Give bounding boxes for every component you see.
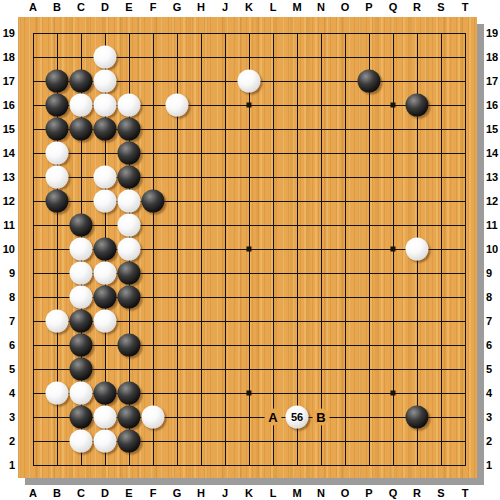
stone-white-D12[interactable] bbox=[94, 190, 117, 213]
stone-black-D4[interactable] bbox=[94, 382, 117, 405]
stone-black-R3[interactable] bbox=[406, 406, 429, 429]
coord-label-right-17: 17 bbox=[486, 74, 500, 88]
stone-black-B16[interactable] bbox=[46, 94, 69, 117]
stone-white-E11[interactable] bbox=[118, 214, 141, 237]
coord-label-right-2: 2 bbox=[486, 434, 500, 448]
coord-label-bottom-G: G bbox=[165, 486, 189, 500]
stone-black-C5[interactable] bbox=[70, 358, 93, 381]
stone-black-D8[interactable] bbox=[94, 286, 117, 309]
coord-label-right-6: 6 bbox=[486, 338, 500, 352]
coord-label-left-14: 14 bbox=[0, 146, 15, 160]
stone-black-E6[interactable] bbox=[118, 334, 141, 357]
stone-black-E4[interactable] bbox=[118, 382, 141, 405]
coord-label-top-E: E bbox=[117, 0, 141, 14]
coord-label-top-Q: Q bbox=[381, 0, 405, 14]
stone-white-C16[interactable] bbox=[70, 94, 93, 117]
coord-label-right-10: 10 bbox=[486, 242, 500, 256]
coord-label-right-9: 9 bbox=[486, 266, 500, 280]
coord-label-top-B: B bbox=[45, 0, 69, 14]
coord-label-right-12: 12 bbox=[486, 194, 500, 208]
coord-label-top-G: G bbox=[165, 0, 189, 14]
coord-label-bottom-Q: Q bbox=[381, 486, 405, 500]
coord-label-bottom-J: J bbox=[213, 486, 237, 500]
coord-label-top-J: J bbox=[213, 0, 237, 14]
coord-label-bottom-O: O bbox=[333, 486, 357, 500]
coord-label-top-K: K bbox=[237, 0, 261, 14]
stone-black-P17[interactable] bbox=[358, 70, 381, 93]
coord-label-right-16: 16 bbox=[486, 98, 500, 112]
stone-black-C17[interactable] bbox=[70, 70, 93, 93]
stone-white-E12[interactable] bbox=[118, 190, 141, 213]
stone-black-B15[interactable] bbox=[46, 118, 69, 141]
star-point-Q10 bbox=[391, 247, 396, 252]
stone-black-C7[interactable] bbox=[70, 310, 93, 333]
stone-black-E9[interactable] bbox=[118, 262, 141, 285]
coord-label-top-M: M bbox=[285, 0, 309, 14]
stone-black-E13[interactable] bbox=[118, 166, 141, 189]
coord-label-top-S: S bbox=[429, 0, 453, 14]
coord-label-left-15: 15 bbox=[0, 122, 15, 136]
board-label-A-L3[interactable]: A bbox=[265, 409, 282, 426]
coord-label-right-11: 11 bbox=[486, 218, 500, 232]
stone-black-C3[interactable] bbox=[70, 406, 93, 429]
coord-label-bottom-N: N bbox=[309, 486, 333, 500]
stone-white-B7[interactable] bbox=[46, 310, 69, 333]
coord-label-bottom-E: E bbox=[117, 486, 141, 500]
coord-label-left-8: 8 bbox=[0, 290, 15, 304]
stone-white-D13[interactable] bbox=[94, 166, 117, 189]
coord-label-top-P: P bbox=[357, 0, 381, 14]
stone-black-D15[interactable] bbox=[94, 118, 117, 141]
coord-label-left-1: 1 bbox=[0, 458, 15, 472]
coord-label-top-C: C bbox=[69, 0, 93, 14]
stone-black-B12[interactable] bbox=[46, 190, 69, 213]
coord-label-bottom-K: K bbox=[237, 486, 261, 500]
coord-label-top-O: O bbox=[333, 0, 357, 14]
coord-label-top-H: H bbox=[189, 0, 213, 14]
coord-label-bottom-S: S bbox=[429, 486, 453, 500]
stone-black-C11[interactable] bbox=[70, 214, 93, 237]
coord-label-top-R: R bbox=[405, 0, 429, 14]
coord-label-bottom-A: A bbox=[21, 486, 45, 500]
grid-line-vertical bbox=[441, 33, 442, 466]
stone-white-D3[interactable] bbox=[94, 406, 117, 429]
coord-label-left-5: 5 bbox=[0, 362, 15, 376]
star-point-K16 bbox=[247, 103, 252, 108]
stone-black-E2[interactable] bbox=[118, 430, 141, 453]
grid-line-vertical bbox=[273, 33, 274, 466]
stone-black-C15[interactable] bbox=[70, 118, 93, 141]
coord-label-left-19: 19 bbox=[0, 26, 15, 40]
stone-black-E14[interactable] bbox=[118, 142, 141, 165]
stone-white-C10[interactable] bbox=[70, 238, 93, 261]
stone-white-C2[interactable] bbox=[70, 430, 93, 453]
coord-label-bottom-R: R bbox=[405, 486, 429, 500]
grid-line-vertical bbox=[369, 33, 370, 466]
stone-black-E3[interactable] bbox=[118, 406, 141, 429]
coord-label-right-4: 4 bbox=[486, 386, 500, 400]
stone-white-D9[interactable] bbox=[94, 262, 117, 285]
coord-label-right-15: 15 bbox=[486, 122, 500, 136]
stone-white-D2[interactable] bbox=[94, 430, 117, 453]
coord-label-bottom-L: L bbox=[261, 486, 285, 500]
coord-label-left-6: 6 bbox=[0, 338, 15, 352]
go-board[interactable]: 56AB bbox=[18, 17, 477, 478]
coord-label-left-3: 3 bbox=[0, 410, 15, 424]
stone-white-B4[interactable] bbox=[46, 382, 69, 405]
coord-label-bottom-B: B bbox=[45, 486, 69, 500]
coord-label-left-9: 9 bbox=[0, 266, 15, 280]
stone-white-E16[interactable] bbox=[118, 94, 141, 117]
grid-line-horizontal bbox=[33, 369, 466, 370]
stone-white-C8[interactable] bbox=[70, 286, 93, 309]
grid-line-vertical bbox=[297, 33, 298, 466]
stone-black-E15[interactable] bbox=[118, 118, 141, 141]
coord-label-top-F: F bbox=[141, 0, 165, 14]
coord-label-top-A: A bbox=[21, 0, 45, 14]
grid-line-horizontal bbox=[33, 345, 466, 346]
grid-line-horizontal bbox=[33, 465, 466, 466]
stone-black-F12[interactable] bbox=[142, 190, 165, 213]
star-point-Q16 bbox=[391, 103, 396, 108]
stone-white-D17[interactable] bbox=[94, 70, 117, 93]
coord-label-bottom-P: P bbox=[357, 486, 381, 500]
stone-white-C9[interactable] bbox=[70, 262, 93, 285]
stone-white-D18[interactable] bbox=[94, 46, 117, 69]
coord-label-left-17: 17 bbox=[0, 74, 15, 88]
stone-black-C6[interactable] bbox=[70, 334, 93, 357]
stone-white-E10[interactable] bbox=[118, 238, 141, 261]
coord-label-bottom-F: F bbox=[141, 486, 165, 500]
coord-label-top-T: T bbox=[453, 0, 477, 14]
coord-label-left-11: 11 bbox=[0, 218, 15, 232]
coord-label-left-4: 4 bbox=[0, 386, 15, 400]
coord-label-left-13: 13 bbox=[0, 170, 15, 184]
coord-label-right-3: 3 bbox=[486, 410, 500, 424]
coord-label-right-19: 19 bbox=[486, 26, 500, 40]
coord-label-bottom-C: C bbox=[69, 486, 93, 500]
stone-white-B14[interactable] bbox=[46, 142, 69, 165]
grid-line-vertical bbox=[321, 33, 322, 466]
stone-black-E8[interactable] bbox=[118, 286, 141, 309]
coord-label-top-N: N bbox=[309, 0, 333, 14]
coord-label-left-12: 12 bbox=[0, 194, 15, 208]
coord-label-left-10: 10 bbox=[0, 242, 15, 256]
coord-label-right-13: 13 bbox=[486, 170, 500, 184]
coord-label-right-1: 1 bbox=[486, 458, 500, 472]
go-diagram-screen: 56AB AABBCCDDEEFFGGHHJJKKLLMMNNOOPPQQRRS… bbox=[0, 0, 500, 500]
stone-black-B17[interactable] bbox=[46, 70, 69, 93]
coord-label-right-18: 18 bbox=[486, 50, 500, 64]
stone-white-C4[interactable] bbox=[70, 382, 93, 405]
coord-label-bottom-D: D bbox=[93, 486, 117, 500]
stone-white-K17[interactable] bbox=[238, 70, 261, 93]
coord-label-bottom-T: T bbox=[453, 486, 477, 500]
stone-white-M3[interactable]: 56 bbox=[286, 406, 309, 429]
stone-white-G16[interactable] bbox=[166, 94, 189, 117]
stone-white-R10[interactable] bbox=[406, 238, 429, 261]
stone-white-F3[interactable] bbox=[142, 406, 165, 429]
stone-black-D10[interactable] bbox=[94, 238, 117, 261]
coord-label-left-7: 7 bbox=[0, 314, 15, 328]
grid-line-vertical bbox=[345, 33, 346, 466]
coord-label-left-2: 2 bbox=[0, 434, 15, 448]
coord-label-left-16: 16 bbox=[0, 98, 15, 112]
grid-line-vertical bbox=[465, 33, 466, 466]
star-point-Q4 bbox=[391, 391, 396, 396]
board-label-B-N3[interactable]: B bbox=[313, 409, 330, 426]
coord-label-right-14: 14 bbox=[486, 146, 500, 160]
coord-label-left-18: 18 bbox=[0, 50, 15, 64]
coord-label-bottom-M: M bbox=[285, 486, 309, 500]
coord-label-bottom-H: H bbox=[189, 486, 213, 500]
stone-white-D7[interactable] bbox=[94, 310, 117, 333]
coord-label-right-5: 5 bbox=[486, 362, 500, 376]
stone-black-R16[interactable] bbox=[406, 94, 429, 117]
star-point-K10 bbox=[247, 247, 252, 252]
stone-white-B13[interactable] bbox=[46, 166, 69, 189]
coord-label-top-L: L bbox=[261, 0, 285, 14]
coord-label-right-8: 8 bbox=[486, 290, 500, 304]
stone-white-D16[interactable] bbox=[94, 94, 117, 117]
star-point-K4 bbox=[247, 391, 252, 396]
move-number: 56 bbox=[291, 412, 303, 423]
coord-label-top-D: D bbox=[93, 0, 117, 14]
coord-label-right-7: 7 bbox=[486, 314, 500, 328]
